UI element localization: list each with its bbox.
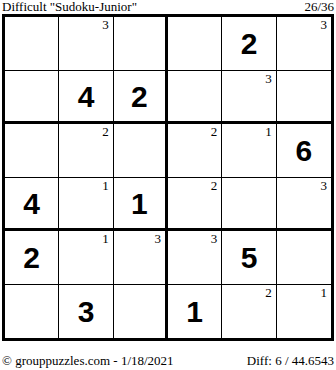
cell-r4c5[interactable]	[222, 178, 276, 232]
cell-r2c6[interactable]	[277, 71, 331, 125]
cell-r6c1[interactable]	[5, 285, 59, 339]
given-digit: 5	[241, 243, 258, 273]
difficulty-text: Diff: 6 / 44.6543	[247, 354, 334, 367]
pencil-mark: 2	[211, 125, 218, 138]
given-digit: 2	[131, 82, 148, 112]
puzzle-title: Difficult "Sudoku-Junior"	[2, 0, 137, 13]
pencil-mark: 1	[102, 232, 109, 245]
cell-r1c3[interactable]	[114, 17, 168, 71]
puzzle-page: Difficult "Sudoku-Junior" 26/36 32342322…	[0, 0, 336, 370]
pencil-mark: 3	[211, 232, 218, 245]
cell-r6c3[interactable]	[114, 285, 168, 339]
pencil-mark: 3	[265, 72, 272, 85]
given-digit: 1	[186, 297, 203, 327]
cell-r4c2[interactable]: 1	[59, 178, 113, 232]
pencil-mark: 3	[320, 179, 327, 192]
pencil-mark: 3	[102, 18, 109, 31]
cell-r3c2[interactable]: 2	[59, 124, 113, 178]
cell-r2c3[interactable]: 2	[114, 71, 168, 125]
cell-r2c2[interactable]: 4	[59, 71, 113, 125]
cell-r5c2[interactable]: 1	[59, 231, 113, 285]
cell-r6c5[interactable]: 2	[222, 285, 276, 339]
cell-r1c2[interactable]: 3	[59, 17, 113, 71]
given-digit: 2	[241, 29, 258, 59]
cell-r3c6[interactable]: 6	[277, 124, 331, 178]
cell-r2c5[interactable]: 3	[222, 71, 276, 125]
copyright-text: © grouppuzzles.com - 1/18/2021	[2, 354, 174, 367]
given-digit: 3	[78, 297, 95, 327]
footer: © grouppuzzles.com - 1/18/2021 Diff: 6 /…	[2, 354, 334, 367]
cell-r1c6[interactable]: 3	[277, 17, 331, 71]
cell-r3c4[interactable]: 2	[168, 124, 222, 178]
cell-r5c3[interactable]: 3	[114, 231, 168, 285]
cell-r3c3[interactable]	[114, 124, 168, 178]
cell-r4c3[interactable]: 1	[114, 178, 168, 232]
given-digit: 2	[23, 243, 40, 273]
given-digit: 1	[131, 189, 148, 219]
pencil-mark: 1	[102, 179, 109, 192]
cell-r4c1[interactable]: 4	[5, 178, 59, 232]
given-digit: 6	[295, 136, 312, 166]
pencil-mark: 1	[320, 286, 327, 299]
pencil-mark: 1	[265, 125, 272, 138]
pencil-mark: 3	[154, 232, 161, 245]
cell-r4c4[interactable]: 2	[168, 178, 222, 232]
cell-r2c1[interactable]	[5, 71, 59, 125]
cell-r5c6[interactable]	[277, 231, 331, 285]
header: Difficult "Sudoku-Junior" 26/36	[2, 0, 334, 14]
cell-r6c2[interactable]: 3	[59, 285, 113, 339]
pencil-mark: 2	[102, 125, 109, 138]
cell-r1c1[interactable]	[5, 17, 59, 71]
cell-r4c6[interactable]: 3	[277, 178, 331, 232]
given-digit: 4	[78, 82, 95, 112]
cell-r6c4[interactable]: 1	[168, 285, 222, 339]
cell-r3c5[interactable]: 1	[222, 124, 276, 178]
given-digit: 4	[23, 189, 40, 219]
sudoku-board: 323423221641123213353121	[2, 14, 334, 341]
cell-r5c4[interactable]: 3	[168, 231, 222, 285]
cell-r2c4[interactable]	[168, 71, 222, 125]
cell-r5c5[interactable]: 5	[222, 231, 276, 285]
puzzle-counter: 26/36	[304, 0, 334, 13]
cell-r1c5[interactable]: 2	[222, 17, 276, 71]
pencil-mark: 2	[211, 179, 218, 192]
cell-r1c4[interactable]	[168, 17, 222, 71]
cell-r5c1[interactable]: 2	[5, 231, 59, 285]
pencil-mark: 3	[320, 18, 327, 31]
cell-r3c1[interactable]	[5, 124, 59, 178]
cell-r6c6[interactable]: 1	[277, 285, 331, 339]
pencil-mark: 2	[265, 286, 272, 299]
